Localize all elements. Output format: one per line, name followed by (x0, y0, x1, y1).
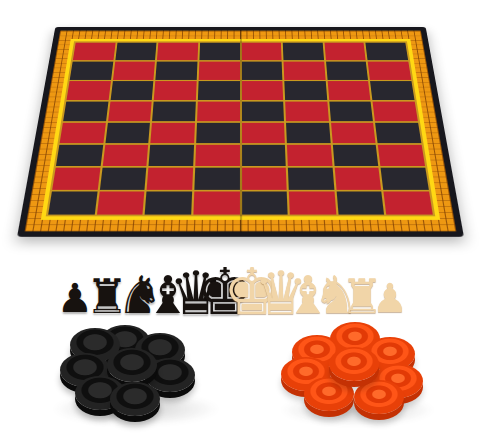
square-a5 (63, 102, 108, 122)
square-a4 (60, 123, 106, 143)
square-e3 (242, 145, 286, 166)
red-checker (304, 377, 354, 411)
square-a8 (73, 43, 115, 61)
square-f5 (285, 102, 328, 122)
square-g1 (336, 191, 384, 214)
square-c4 (151, 123, 195, 143)
square-f8 (283, 43, 324, 61)
square-h3 (378, 145, 425, 166)
square-g7 (326, 62, 368, 80)
board-fold-crease (239, 30, 241, 232)
square-d4 (196, 123, 239, 143)
black-checker (107, 348, 157, 382)
square-e7 (241, 62, 282, 80)
red-checker (329, 347, 379, 381)
square-h1 (384, 191, 433, 214)
square-h7 (368, 62, 411, 80)
square-c5 (152, 102, 195, 122)
square-d7 (199, 62, 240, 80)
square-h6 (370, 81, 414, 100)
square-g4 (331, 123, 376, 143)
square-f4 (286, 123, 330, 143)
square-f1 (289, 191, 336, 214)
square-c3 (149, 145, 194, 166)
product-photo: ♟♜♞♝♛♚♚♛♝♞♜♟ (0, 0, 480, 442)
checkerboard (17, 27, 464, 237)
square-c8 (157, 43, 198, 61)
square-d1 (193, 191, 239, 214)
square-d6 (198, 81, 240, 100)
square-a7 (70, 62, 113, 80)
square-b6 (110, 81, 153, 100)
square-f2 (288, 168, 334, 190)
square-a2 (52, 168, 100, 190)
square-f6 (284, 81, 327, 100)
board-outer-edge (17, 27, 464, 237)
square-g6 (327, 81, 370, 100)
square-g2 (334, 168, 381, 190)
square-d2 (194, 168, 239, 190)
square-c6 (154, 81, 197, 100)
square-e6 (241, 81, 283, 100)
square-b1 (97, 191, 145, 214)
square-d3 (195, 145, 239, 166)
square-f7 (284, 62, 326, 80)
square-c2 (147, 168, 193, 190)
square-f3 (287, 145, 332, 166)
square-c7 (156, 62, 198, 80)
square-b5 (108, 102, 152, 122)
ivory-pawn-piece: ♟ (372, 278, 408, 318)
square-b7 (113, 62, 155, 80)
square-e8 (241, 43, 281, 61)
square-b8 (115, 43, 157, 61)
square-h5 (373, 102, 418, 122)
red-checker (354, 380, 404, 414)
square-h4 (375, 123, 421, 143)
square-a1 (48, 191, 97, 214)
square-e1 (242, 191, 288, 214)
square-a6 (66, 81, 110, 100)
square-d5 (197, 102, 240, 122)
square-b2 (100, 168, 147, 190)
square-e4 (242, 123, 285, 143)
square-e2 (242, 168, 287, 190)
black-checker (110, 382, 160, 416)
square-e5 (241, 102, 284, 122)
square-h8 (366, 43, 408, 61)
square-b4 (105, 123, 150, 143)
square-g3 (333, 145, 379, 166)
square-c1 (145, 191, 192, 214)
square-a3 (56, 145, 103, 166)
square-h2 (381, 168, 429, 190)
square-b3 (102, 145, 148, 166)
square-g5 (329, 102, 373, 122)
square-g8 (324, 43, 366, 61)
square-d8 (199, 43, 239, 61)
